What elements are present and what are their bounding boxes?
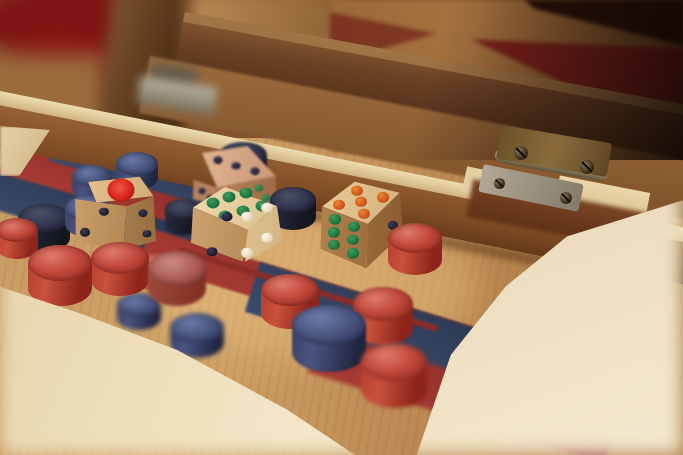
backgammon-box-photo: Wooden backgammon box opened, brass hing…	[0, 0, 683, 455]
hinge-screw	[514, 146, 528, 160]
hinge-screw	[580, 160, 594, 174]
hinge-screw	[494, 178, 505, 189]
hinge-screw	[560, 192, 572, 204]
